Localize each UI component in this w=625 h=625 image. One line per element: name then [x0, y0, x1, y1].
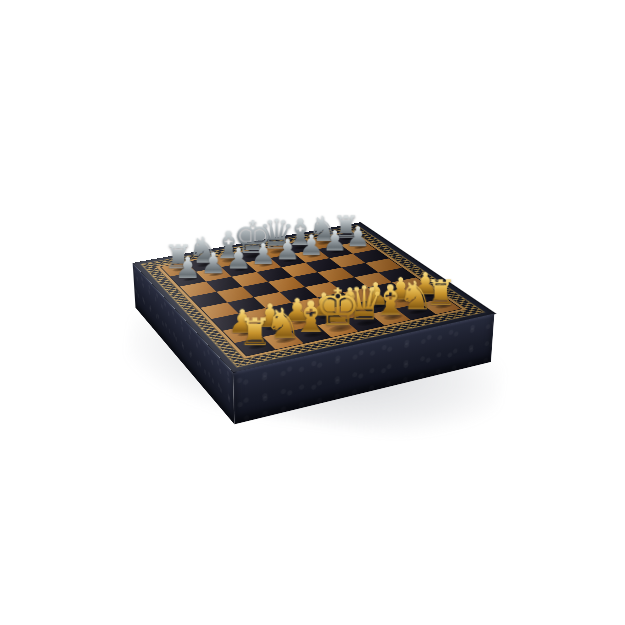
chess-set-photo: chess ♜♞♝♛♚♝♞♜♟♟♟♟♟♟♟♟♟♟♟♟♟♟♟♟♜♞♝♛♚♝♞♜: [0, 0, 625, 625]
chess-chest-box: ♜♞♝♛♚♝♞♜♟♟♟♟♟♟♟♟♟♟♟♟♟♟♟♟♜♞♝♛♚♝♞♜: [133, 222, 495, 372]
